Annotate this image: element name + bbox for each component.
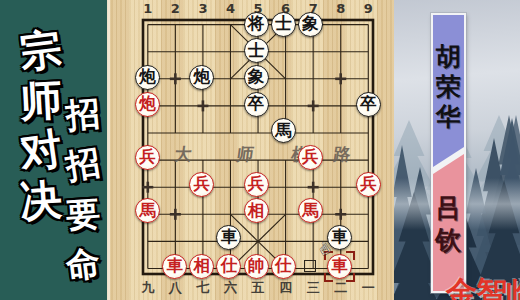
- title-sub-char: 要: [64, 188, 101, 240]
- title-main: 宗师对决: [20, 26, 62, 226]
- piece-black-cannon[interactable]: 炮: [135, 65, 160, 90]
- piece-red-soldier[interactable]: 兵: [244, 172, 269, 197]
- piece-black-cannon[interactable]: 炮: [189, 65, 214, 90]
- player-bottom-char: 吕: [431, 192, 466, 224]
- piece-red-chariot[interactable]: 車: [162, 254, 187, 279]
- thumbnail-stage: 宗师对决 招招要命 123456789 大师棋路 九八七六五四三二一 将士象士炮…: [0, 0, 520, 300]
- piece-black-soldier[interactable]: 卒: [356, 92, 381, 117]
- piece-red-horse[interactable]: 馬: [298, 198, 323, 223]
- piece-black-soldier[interactable]: 卒: [244, 92, 269, 117]
- piece-red-soldier[interactable]: 兵: [135, 145, 160, 170]
- player-top-char: 华: [431, 102, 466, 132]
- player-top-char: 胡: [431, 42, 466, 72]
- title-main-char: 宗: [17, 24, 65, 79]
- player-name-black: 胡荣华: [431, 42, 466, 132]
- title-sub-char: 命: [63, 237, 103, 291]
- piece-red-elephant[interactable]: 相: [189, 254, 214, 279]
- title-main-char: 师: [19, 75, 64, 127]
- xiangqi-board[interactable]: 123456789 大师棋路 九八七六五四三二一 将士象士炮炮象炮卒卒馬兵兵兵兵…: [107, 0, 394, 300]
- piece-red-chariot[interactable]: 車: [327, 254, 352, 279]
- title-sub-char: 招: [62, 137, 103, 192]
- piece-red-cannon[interactable]: 炮: [135, 92, 160, 117]
- piece-red-general[interactable]: 帥: [244, 254, 269, 279]
- piece-red-horse[interactable]: 馬: [135, 198, 160, 223]
- players-panel: 胡荣华 吕钦 金智临: [394, 0, 520, 300]
- piece-red-elephant[interactable]: 相: [244, 198, 269, 223]
- last-move-from-marker: [304, 260, 316, 272]
- title-panel: 宗师对决 招招要命: [0, 0, 107, 300]
- player-bottom-char: 钦: [431, 224, 466, 256]
- piece-black-horse[interactable]: 馬: [271, 118, 296, 143]
- piece-black-chariot[interactable]: 車: [216, 225, 241, 250]
- piece-black-chariot[interactable]: 車: [327, 225, 352, 250]
- piece-black-general[interactable]: 将: [244, 12, 269, 37]
- title-sub: 招招要命: [66, 89, 100, 289]
- watermark: 金智临: [446, 272, 520, 300]
- piece-red-advisor[interactable]: 仕: [216, 254, 241, 279]
- piece-black-elephant[interactable]: 象: [298, 12, 323, 37]
- piece-grid: 将士象士炮炮象炮卒卒馬兵兵兵兵兵馬相馬車車車相仕帥仕車: [134, 11, 382, 282]
- piece-red-advisor[interactable]: 仕: [271, 254, 296, 279]
- title-main-char: 决: [18, 175, 63, 228]
- title-main-char: 对: [17, 123, 66, 178]
- piece-red-soldier[interactable]: 兵: [356, 172, 381, 197]
- title-sub-char: 招: [64, 88, 102, 141]
- player-banner: 胡荣华 吕钦: [431, 13, 466, 293]
- piece-red-soldier[interactable]: 兵: [298, 145, 323, 170]
- piece-black-advisor[interactable]: 士: [244, 38, 269, 63]
- piece-black-advisor[interactable]: 士: [271, 12, 296, 37]
- player-name-red: 吕钦: [431, 192, 466, 256]
- piece-black-elephant[interactable]: 象: [244, 65, 269, 90]
- player-top-char: 荣: [431, 72, 466, 102]
- piece-red-soldier[interactable]: 兵: [189, 172, 214, 197]
